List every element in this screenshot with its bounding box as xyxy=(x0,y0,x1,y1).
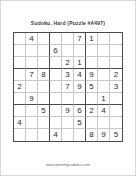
sudoku-cell-given[interactable]: 9 xyxy=(86,69,98,81)
sudoku-cell-empty[interactable] xyxy=(86,93,98,105)
sudoku-cell-empty[interactable] xyxy=(38,57,50,69)
sudoku-cell-given[interactable]: 4 xyxy=(74,69,86,81)
sudoku-cell-given[interactable]: 3 xyxy=(110,81,122,93)
sudoku-cell-given[interactable]: 1 xyxy=(74,57,86,69)
sudoku-cell-empty[interactable] xyxy=(110,57,122,69)
sudoku-cell-given[interactable]: 2 xyxy=(62,57,74,69)
sudoku-cell-empty[interactable] xyxy=(14,33,26,45)
sudoku-cell-empty[interactable] xyxy=(86,117,98,129)
sudoku-cell-empty[interactable] xyxy=(74,45,86,57)
sudoku-cell-given[interactable]: 6 xyxy=(50,45,62,57)
sudoku-cell-empty[interactable] xyxy=(38,81,50,93)
sudoku-board: 471621783492279539159624454895 xyxy=(13,32,123,142)
sudoku-cell-empty[interactable] xyxy=(38,45,50,57)
sudoku-cell-empty[interactable] xyxy=(62,117,74,129)
sudoku-cell-given[interactable]: 4 xyxy=(50,129,62,141)
sudoku-cell-given[interactable]: 4 xyxy=(26,33,38,45)
sudoku-cell-given[interactable]: 5 xyxy=(110,129,122,141)
sudoku-cell-empty[interactable] xyxy=(62,33,74,45)
sudoku-cell-empty[interactable] xyxy=(50,33,62,45)
sudoku-cell-empty[interactable] xyxy=(110,45,122,57)
sudoku-cell-empty[interactable] xyxy=(26,105,38,117)
sudoku-cell-empty[interactable] xyxy=(50,57,62,69)
sudoku-sheet: Sudoku, Hard (Puzzle #A497) 471621783492… xyxy=(0,0,136,176)
sudoku-cell-empty[interactable] xyxy=(26,117,38,129)
sudoku-cell-given[interactable]: 1 xyxy=(86,33,98,45)
sudoku-cell-given[interactable]: 4 xyxy=(14,117,26,129)
sudoku-cell-empty[interactable] xyxy=(26,57,38,69)
sudoku-cell-empty[interactable] xyxy=(62,93,74,105)
sudoku-cell-empty[interactable] xyxy=(14,129,26,141)
sudoku-cell-empty[interactable] xyxy=(38,129,50,141)
sudoku-cell-empty[interactable] xyxy=(14,69,26,81)
sudoku-cell-empty[interactable] xyxy=(74,129,86,141)
sudoku-cell-empty[interactable] xyxy=(110,105,122,117)
sudoku-cell-given[interactable]: 7 xyxy=(74,33,86,45)
sudoku-cell-given[interactable]: 7 xyxy=(26,69,38,81)
sudoku-cell-empty[interactable] xyxy=(50,117,62,129)
sudoku-cell-given[interactable]: 5 xyxy=(86,81,98,93)
sudoku-cell-empty[interactable] xyxy=(38,33,50,45)
sudoku-cell-given[interactable]: 9 xyxy=(74,81,86,93)
sudoku-cell-empty[interactable] xyxy=(50,81,62,93)
puzzle-title: Sudoku, Hard (Puzzle #A497) xyxy=(1,20,135,26)
sudoku-cell-empty[interactable] xyxy=(86,45,98,57)
sudoku-cell-empty[interactable] xyxy=(98,57,110,69)
sudoku-cell-empty[interactable] xyxy=(38,93,50,105)
sudoku-cell-empty[interactable] xyxy=(14,105,26,117)
sudoku-cell-given[interactable]: 9 xyxy=(62,105,74,117)
sudoku-cell-empty[interactable] xyxy=(62,129,74,141)
sudoku-cell-given[interactable]: 7 xyxy=(62,81,74,93)
sudoku-cell-empty[interactable] xyxy=(86,57,98,69)
sudoku-cell-given[interactable]: 3 xyxy=(62,69,74,81)
sudoku-cell-empty[interactable] xyxy=(14,45,26,57)
sudoku-cell-given[interactable]: 5 xyxy=(74,117,86,129)
sudoku-cell-empty[interactable] xyxy=(50,105,62,117)
sudoku-cell-given[interactable]: 8 xyxy=(38,69,50,81)
sudoku-cell-empty[interactable] xyxy=(98,45,110,57)
sudoku-cell-empty[interactable] xyxy=(98,33,110,45)
sudoku-cell-given[interactable]: 9 xyxy=(26,93,38,105)
sudoku-cell-empty[interactable] xyxy=(98,69,110,81)
sudoku-cell-given[interactable]: 6 xyxy=(74,105,86,117)
sudoku-cell-empty[interactable] xyxy=(14,93,26,105)
sudoku-cell-empty[interactable] xyxy=(98,81,110,93)
footer-url: www.printmysudoku.com xyxy=(1,162,135,167)
sudoku-cell-empty[interactable] xyxy=(98,117,110,129)
sudoku-cell-empty[interactable] xyxy=(110,33,122,45)
sudoku-cell-empty[interactable] xyxy=(26,45,38,57)
sudoku-cell-given[interactable]: 9 xyxy=(98,129,110,141)
sudoku-cell-empty[interactable] xyxy=(26,129,38,141)
sudoku-cell-given[interactable]: 2 xyxy=(86,105,98,117)
sudoku-cell-given[interactable]: 1 xyxy=(98,93,110,105)
sudoku-cell-empty[interactable] xyxy=(74,93,86,105)
sudoku-cell-empty[interactable] xyxy=(62,45,74,57)
sudoku-cell-given[interactable]: 2 xyxy=(14,81,26,93)
sudoku-cell-empty[interactable] xyxy=(26,81,38,93)
sudoku-cell-given[interactable]: 2 xyxy=(110,69,122,81)
sudoku-cell-empty[interactable] xyxy=(110,93,122,105)
sudoku-cell-given[interactable]: 5 xyxy=(38,105,50,117)
sudoku-cell-given[interactable]: 4 xyxy=(98,105,110,117)
sudoku-cell-empty[interactable] xyxy=(50,93,62,105)
sudoku-cell-empty[interactable] xyxy=(38,117,50,129)
sudoku-cell-given[interactable]: 8 xyxy=(86,129,98,141)
sudoku-cell-empty[interactable] xyxy=(50,69,62,81)
sudoku-cell-empty[interactable] xyxy=(14,57,26,69)
sudoku-cell-empty[interactable] xyxy=(110,117,122,129)
